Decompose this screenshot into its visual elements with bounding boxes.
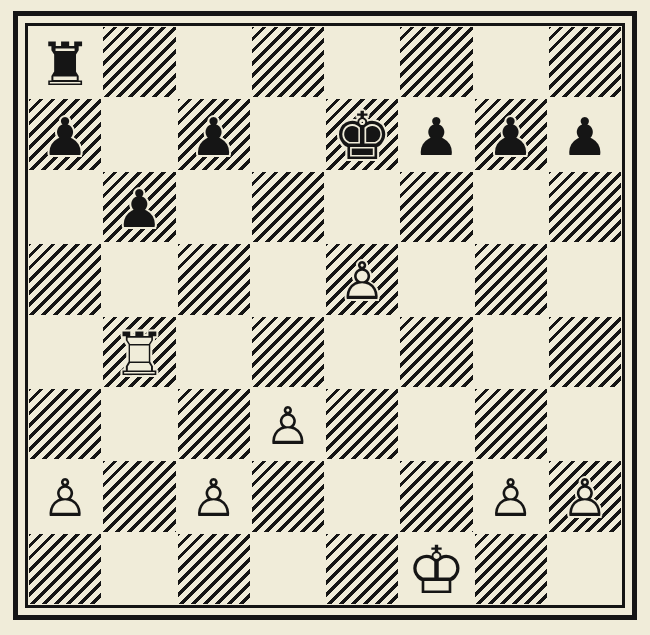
square-b6[interactable]: ♟♟ bbox=[102, 171, 176, 243]
square-c2[interactable]: ♟♙ bbox=[177, 460, 251, 532]
square-d8[interactable] bbox=[251, 26, 325, 98]
square-f4[interactable] bbox=[399, 316, 473, 388]
square-h3[interactable] bbox=[548, 388, 622, 460]
square-h6[interactable] bbox=[548, 171, 622, 243]
square-g3[interactable] bbox=[474, 388, 548, 460]
white-pawn-fill: ♟ bbox=[548, 462, 622, 534]
square-c3[interactable] bbox=[177, 388, 251, 460]
square-a5[interactable] bbox=[28, 243, 102, 315]
black-king: ♚ bbox=[325, 100, 399, 172]
square-a7[interactable]: ♟♟ bbox=[28, 98, 102, 170]
square-h2[interactable]: ♟♙ bbox=[548, 460, 622, 532]
white-pawn: ♙ bbox=[474, 462, 548, 534]
square-e3[interactable] bbox=[325, 388, 399, 460]
square-c5[interactable] bbox=[177, 243, 251, 315]
square-d5[interactable] bbox=[251, 243, 325, 315]
white-king: ♔ bbox=[399, 535, 473, 607]
square-c7[interactable]: ♟♟ bbox=[177, 98, 251, 170]
square-h1[interactable] bbox=[548, 533, 622, 605]
black-pawn: ♟ bbox=[177, 100, 251, 172]
square-a4[interactable] bbox=[28, 316, 102, 388]
black-pawn-fill: ♟ bbox=[474, 100, 548, 172]
white-pawn: ♙ bbox=[251, 390, 325, 462]
square-b4[interactable]: ♜♖ bbox=[102, 316, 176, 388]
square-g5[interactable] bbox=[474, 243, 548, 315]
square-d2[interactable] bbox=[251, 460, 325, 532]
square-f5[interactable] bbox=[399, 243, 473, 315]
white-pawn: ♙ bbox=[325, 245, 399, 317]
chess-board: ♜♜♟♟♟♟♚♚♟♟♟♟♟♟♟♟♟♙♜♖♟♙♟♙♟♙♟♙♟♙♚♔ bbox=[25, 23, 625, 608]
square-e7[interactable]: ♚♚ bbox=[325, 98, 399, 170]
black-king-fill: ♚ bbox=[325, 100, 399, 172]
square-f8[interactable] bbox=[399, 26, 473, 98]
black-pawn: ♟ bbox=[548, 100, 622, 172]
square-c6[interactable] bbox=[177, 171, 251, 243]
square-h7[interactable]: ♟♟ bbox=[548, 98, 622, 170]
square-a1[interactable] bbox=[28, 533, 102, 605]
square-g4[interactable] bbox=[474, 316, 548, 388]
square-e2[interactable] bbox=[325, 460, 399, 532]
white-pawn-fill: ♟ bbox=[474, 462, 548, 534]
square-g6[interactable] bbox=[474, 171, 548, 243]
white-king-fill: ♚ bbox=[399, 535, 473, 607]
square-h8[interactable] bbox=[548, 26, 622, 98]
square-a2[interactable]: ♟♙ bbox=[28, 460, 102, 532]
square-b8[interactable] bbox=[102, 26, 176, 98]
black-pawn: ♟ bbox=[474, 100, 548, 172]
square-c8[interactable] bbox=[177, 26, 251, 98]
black-pawn-fill: ♟ bbox=[548, 100, 622, 172]
square-d1[interactable] bbox=[251, 533, 325, 605]
square-b1[interactable] bbox=[102, 533, 176, 605]
square-d6[interactable] bbox=[251, 171, 325, 243]
white-pawn-fill: ♟ bbox=[325, 245, 399, 317]
scanned-page: ♜♜♟♟♟♟♚♚♟♟♟♟♟♟♟♟♟♙♜♖♟♙♟♙♟♙♟♙♟♙♚♔ bbox=[0, 0, 650, 635]
square-f1[interactable]: ♚♔ bbox=[399, 533, 473, 605]
square-e4[interactable] bbox=[325, 316, 399, 388]
square-b3[interactable] bbox=[102, 388, 176, 460]
white-pawn-fill: ♟ bbox=[251, 390, 325, 462]
white-pawn: ♙ bbox=[548, 462, 622, 534]
square-a8[interactable]: ♜♜ bbox=[28, 26, 102, 98]
square-h5[interactable] bbox=[548, 243, 622, 315]
white-pawn: ♙ bbox=[28, 462, 102, 534]
square-e1[interactable] bbox=[325, 533, 399, 605]
square-d7[interactable] bbox=[251, 98, 325, 170]
square-a3[interactable] bbox=[28, 388, 102, 460]
black-rook-fill: ♜ bbox=[28, 28, 102, 100]
square-c4[interactable] bbox=[177, 316, 251, 388]
square-g2[interactable]: ♟♙ bbox=[474, 460, 548, 532]
square-e8[interactable] bbox=[325, 26, 399, 98]
white-pawn-fill: ♟ bbox=[177, 462, 251, 534]
black-pawn-fill: ♟ bbox=[399, 100, 473, 172]
square-b5[interactable] bbox=[102, 243, 176, 315]
black-rook: ♜ bbox=[28, 28, 102, 100]
black-pawn: ♟ bbox=[28, 100, 102, 172]
white-rook-fill: ♜ bbox=[102, 318, 176, 390]
black-pawn-fill: ♟ bbox=[28, 100, 102, 172]
white-rook: ♖ bbox=[102, 318, 176, 390]
square-f2[interactable] bbox=[399, 460, 473, 532]
square-b2[interactable] bbox=[102, 460, 176, 532]
square-a6[interactable] bbox=[28, 171, 102, 243]
white-pawn-fill: ♟ bbox=[28, 462, 102, 534]
white-pawn: ♙ bbox=[177, 462, 251, 534]
square-f6[interactable] bbox=[399, 171, 473, 243]
black-pawn-fill: ♟ bbox=[177, 100, 251, 172]
square-f7[interactable]: ♟♟ bbox=[399, 98, 473, 170]
board-outer-frame: ♜♜♟♟♟♟♚♚♟♟♟♟♟♟♟♟♟♙♜♖♟♙♟♙♟♙♟♙♟♙♚♔ bbox=[13, 11, 637, 620]
square-c1[interactable] bbox=[177, 533, 251, 605]
square-e5[interactable]: ♟♙ bbox=[325, 243, 399, 315]
square-g7[interactable]: ♟♟ bbox=[474, 98, 548, 170]
square-g1[interactable] bbox=[474, 533, 548, 605]
square-e6[interactable] bbox=[325, 171, 399, 243]
black-pawn: ♟ bbox=[102, 173, 176, 245]
square-g8[interactable] bbox=[474, 26, 548, 98]
black-pawn-fill: ♟ bbox=[102, 173, 176, 245]
square-d3[interactable]: ♟♙ bbox=[251, 388, 325, 460]
square-d4[interactable] bbox=[251, 316, 325, 388]
square-h4[interactable] bbox=[548, 316, 622, 388]
black-pawn: ♟ bbox=[399, 100, 473, 172]
square-b7[interactable] bbox=[102, 98, 176, 170]
square-f3[interactable] bbox=[399, 388, 473, 460]
